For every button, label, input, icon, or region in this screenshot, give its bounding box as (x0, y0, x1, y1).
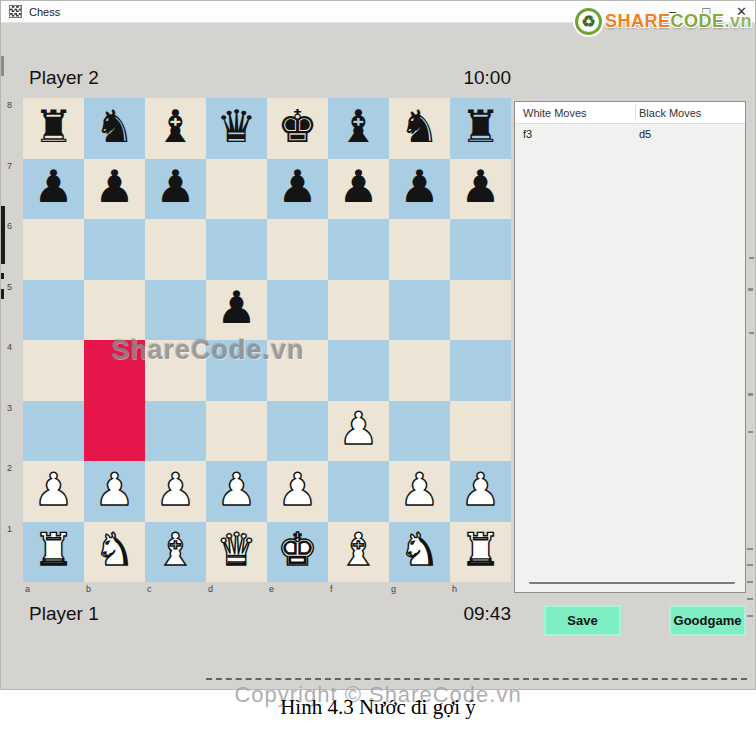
square-d8[interactable]: ♛ (206, 98, 267, 159)
edge-artifact (749, 257, 754, 259)
column-divider (635, 104, 636, 121)
square-f3[interactable]: ♟ (328, 401, 389, 462)
logo-vn-text: .vn (724, 11, 752, 31)
edge-artifact (747, 548, 753, 550)
black-move-cell: d5 (635, 128, 651, 140)
rank-label-7: 7 (7, 161, 19, 171)
white-rook-a1[interactable]: ♜ (33, 527, 73, 572)
square-e5[interactable] (267, 280, 328, 341)
edge-artifact (747, 581, 753, 583)
square-h8[interactable]: ♜ (450, 98, 511, 159)
square-h4[interactable] (450, 340, 511, 401)
file-label-f: f (330, 584, 333, 594)
square-c7[interactable]: ♟ (145, 159, 206, 220)
black-queen-d8[interactable]: ♛ (216, 104, 256, 149)
moves-rows: f3d5 (515, 124, 745, 144)
white-pawn-b2[interactable]: ♟ (94, 467, 134, 512)
file-label-a: a (25, 584, 30, 594)
square-f8[interactable]: ♝ (328, 98, 389, 159)
square-d6[interactable] (206, 219, 267, 280)
square-h6[interactable] (450, 219, 511, 280)
edge-artifact (747, 564, 753, 566)
square-a5[interactable] (23, 280, 84, 341)
white-knight-g1[interactable]: ♞ (399, 527, 439, 572)
square-g8[interactable]: ♞ (389, 98, 450, 159)
board-watermark: ShareCode.vn (111, 335, 305, 366)
rank-label-5: 5 (7, 282, 19, 292)
square-g1[interactable]: ♞ (389, 522, 450, 583)
rank-label-4: 4 (7, 342, 19, 352)
square-b6[interactable] (84, 219, 145, 280)
square-g5[interactable] (389, 280, 450, 341)
logo-code-text: CODE (670, 11, 724, 31)
app-window: Chess – □ ✕ ♻ SHARECODE.vn Player 2 10:0… (0, 0, 756, 690)
square-a3[interactable] (23, 401, 84, 462)
edge-artifact (1, 56, 4, 76)
rank-label-1: 1 (7, 524, 19, 534)
player2-row: Player 2 10:00 (29, 67, 511, 89)
player1-name: Player 1 (29, 603, 99, 625)
white-pawn-h2[interactable]: ♟ (460, 467, 500, 512)
window-bottom-dashes (206, 678, 747, 680)
square-c8[interactable]: ♝ (145, 98, 206, 159)
black-pawn-g7[interactable]: ♟ (399, 164, 439, 209)
moves-list-header: White Moves Black Moves (515, 102, 745, 124)
square-e6[interactable] (267, 219, 328, 280)
white-bishop-f1[interactable]: ♝ (338, 527, 378, 572)
square-d2[interactable]: ♟ (206, 461, 267, 522)
white-moves-column-header: White Moves (515, 107, 635, 119)
square-c5[interactable] (145, 280, 206, 341)
square-e1[interactable]: ♚ (267, 522, 328, 583)
black-bishop-f8[interactable]: ♝ (338, 104, 378, 149)
square-d3[interactable] (206, 401, 267, 462)
black-rook-h8[interactable]: ♜ (460, 104, 500, 149)
square-h3[interactable] (450, 401, 511, 462)
edge-artifact (748, 393, 753, 396)
square-h2[interactable]: ♟ (450, 461, 511, 522)
white-pawn-d2[interactable]: ♟ (216, 467, 256, 512)
page-background: Copyright © ShareCode.vn Hình 4.3 Nước đ… (0, 690, 756, 732)
square-f7[interactable]: ♟ (328, 159, 389, 220)
square-g4[interactable] (389, 340, 450, 401)
square-a6[interactable] (23, 219, 84, 280)
file-label-h: h (452, 584, 457, 594)
black-knight-g8[interactable]: ♞ (399, 104, 439, 149)
square-e3[interactable] (267, 401, 328, 462)
square-f4[interactable] (328, 340, 389, 401)
black-pawn-d5[interactable]: ♟ (216, 285, 256, 330)
white-pawn-a2[interactable]: ♟ (33, 467, 73, 512)
black-moves-column-header: Black Moves (635, 107, 701, 119)
white-king-e1[interactable]: ♚ (277, 527, 317, 572)
black-knight-b8[interactable]: ♞ (94, 104, 134, 149)
white-bishop-c1[interactable]: ♝ (155, 527, 195, 572)
figure-caption: Hình 4.3 Nước đi gợi ý (0, 695, 756, 720)
chess-app-icon (9, 5, 22, 18)
black-bishop-c8[interactable]: ♝ (155, 104, 195, 149)
square-a4[interactable] (23, 340, 84, 401)
rank-label-8: 8 (7, 100, 19, 110)
square-h1[interactable]: ♜ (450, 522, 511, 583)
white-pawn-e2[interactable]: ♟ (277, 467, 317, 512)
square-b3[interactable] (84, 401, 145, 462)
rank-label-2: 2 (7, 463, 19, 473)
square-h7[interactable]: ♟ (450, 159, 511, 220)
square-f1[interactable]: ♝ (328, 522, 389, 583)
player1-row: Player 1 09:43 (29, 603, 511, 625)
edge-artifact (748, 431, 753, 433)
black-pawn-f7[interactable]: ♟ (338, 164, 378, 209)
square-b7[interactable]: ♟ (84, 159, 145, 220)
moves-list-panel[interactable]: White Moves Black Moves f3d5 (514, 101, 746, 593)
square-b2[interactable]: ♟ (84, 461, 145, 522)
square-a2[interactable]: ♟ (23, 461, 84, 522)
player2-clock: 10:00 (463, 67, 511, 89)
square-c6[interactable] (145, 219, 206, 280)
edge-artifact (1, 273, 4, 279)
white-pawn-c2[interactable]: ♟ (155, 467, 195, 512)
square-e8[interactable]: ♚ (267, 98, 328, 159)
player2-name: Player 2 (29, 67, 99, 89)
goodgame-button[interactable]: Goodgame (669, 605, 746, 636)
square-c2[interactable]: ♟ (145, 461, 206, 522)
edge-artifact (1, 289, 4, 299)
horizontal-scrollbar[interactable] (529, 582, 735, 584)
square-d5[interactable]: ♟ (206, 280, 267, 341)
file-label-d: d (208, 584, 213, 594)
square-b5[interactable] (84, 280, 145, 341)
black-king-e8[interactable]: ♚ (277, 104, 317, 149)
white-pawn-f3[interactable]: ♟ (338, 406, 378, 451)
logo-share-text: SHARE (605, 11, 671, 31)
sharecode-logo: ♻ SHARECODE.vn (575, 8, 752, 35)
square-g7[interactable]: ♟ (389, 159, 450, 220)
player1-clock: 09:43 (463, 603, 511, 625)
white-rook-h1[interactable]: ♜ (460, 527, 500, 572)
edge-artifact (747, 615, 753, 617)
file-label-b: b (86, 584, 91, 594)
rank-label-6: 6 (7, 221, 19, 231)
square-f5[interactable] (328, 280, 389, 341)
square-b1[interactable]: ♞ (84, 522, 145, 583)
square-c1[interactable]: ♝ (145, 522, 206, 583)
edge-artifact (1, 206, 5, 264)
file-label-g: g (391, 584, 396, 594)
square-c3[interactable] (145, 401, 206, 462)
square-a7[interactable]: ♟ (23, 159, 84, 220)
square-d7[interactable] (206, 159, 267, 220)
black-pawn-a7[interactable]: ♟ (33, 164, 73, 209)
white-move-cell: f3 (515, 128, 635, 140)
square-g6[interactable] (389, 219, 450, 280)
white-queen-d1[interactable]: ♛ (216, 527, 256, 572)
square-a1[interactable]: ♜ (23, 522, 84, 583)
square-f2[interactable] (328, 461, 389, 522)
black-pawn-e7[interactable]: ♟ (277, 164, 317, 209)
white-knight-b1[interactable]: ♞ (94, 527, 134, 572)
edge-artifact (747, 598, 753, 600)
black-pawn-c7[interactable]: ♟ (155, 164, 195, 209)
black-pawn-b7[interactable]: ♟ (94, 164, 134, 209)
edge-artifact (748, 288, 753, 291)
rank-label-3: 3 (7, 403, 19, 413)
square-g3[interactable] (389, 401, 450, 462)
file-label-e: e (269, 584, 274, 594)
sharecode-logo-text: SHARECODE.vn (605, 11, 752, 32)
square-b8[interactable]: ♞ (84, 98, 145, 159)
square-f6[interactable] (328, 219, 389, 280)
black-rook-a8[interactable]: ♜ (33, 104, 73, 149)
save-button[interactable]: Save (544, 605, 621, 636)
square-d1[interactable]: ♛ (206, 522, 267, 583)
move-row-1[interactable]: f3d5 (515, 124, 745, 144)
black-pawn-h7[interactable]: ♟ (460, 164, 500, 209)
square-h5[interactable] (450, 280, 511, 341)
square-e2[interactable]: ♟ (267, 461, 328, 522)
white-pawn-g2[interactable]: ♟ (399, 467, 439, 512)
edge-artifact (749, 332, 754, 334)
square-a8[interactable]: ♜ (23, 98, 84, 159)
file-label-c: c (147, 584, 152, 594)
sharecode-logo-icon: ♻ (575, 8, 602, 35)
window-title: Chess (29, 6, 60, 18)
square-g2[interactable]: ♟ (389, 461, 450, 522)
square-e7[interactable]: ♟ (267, 159, 328, 220)
